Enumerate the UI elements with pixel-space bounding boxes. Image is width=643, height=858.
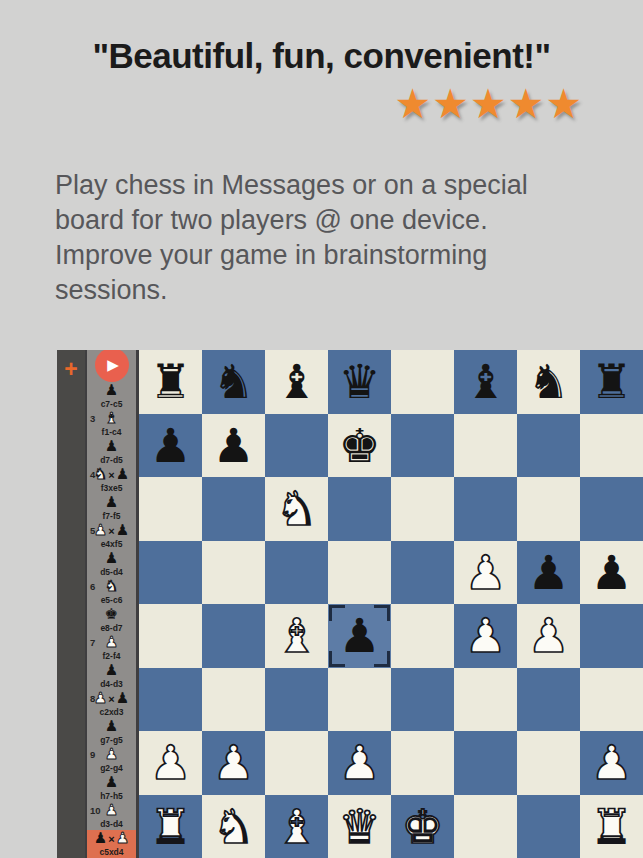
square-g6[interactable] [517,477,580,541]
move-piece-icons: ♟×♟ [94,830,129,847]
black-pawn-icon: ♟ [116,522,129,539]
square-d1[interactable]: ♛ [328,795,391,858]
black-pawn[interactable]: ♟ [149,414,191,477]
move-piece-icons: ♟ [105,550,118,567]
black-bishop[interactable]: ♝ [275,350,317,413]
square-a2[interactable]: ♟ [139,731,202,795]
move-piece-icons: ♟ [105,494,118,511]
move-piece-icons: ♟ [105,746,118,763]
square-a5[interactable] [139,541,202,605]
black-queen[interactable]: ♛ [338,350,380,413]
square-b3[interactable] [202,668,265,732]
move-piece-icons: ♟ [105,718,118,735]
description-text: Play chess in Messages or on a special b… [55,168,575,308]
move-label: e8-d7 [100,623,122,633]
black-rook[interactable]: ♜ [149,350,191,413]
move-number: 9 [90,749,95,760]
square-h7[interactable] [580,414,643,478]
white-knight[interactable]: ♞ [275,477,317,540]
move-piece-icons: ♟ [105,382,118,399]
move-piece-icons: ♞×♟ [94,466,129,483]
move-entry[interactable]: ♟×♟c5xd4 [87,830,136,858]
black-pawn[interactable]: ♟ [212,414,254,477]
square-h2[interactable]: ♟ [580,731,643,795]
white-bishop[interactable]: ♝ [275,604,317,667]
square-c2[interactable] [265,731,328,795]
headline: "Beautiful, fun, convenient!" [0,36,643,76]
square-e8[interactable] [391,350,454,414]
move-label: d7-d5 [100,455,123,465]
square-g7[interactable] [517,414,580,478]
move-piece-icons: ♟ [105,438,118,455]
square-f1[interactable] [454,795,517,858]
square-e3[interactable] [391,668,454,732]
white-bishop[interactable]: ♝ [275,795,317,858]
move-entry[interactable]: 9♟g2-g4 [87,746,136,774]
move-label: d5-d4 [100,567,123,577]
move-piece-icons: ♟ [105,802,118,819]
square-g2[interactable] [517,731,580,795]
white-pawn-icon: ♟ [105,802,118,819]
square-b5[interactable] [202,541,265,605]
white-pawn[interactable]: ♟ [464,541,506,604]
move-list[interactable]: ▶ ♟c7-c53♝f1-c4♟d7-d54♞×♟f3xe5♟f7-f55♟×♟… [85,350,139,858]
square-g4[interactable]: ♟ [517,604,580,668]
move-number: 4 [90,469,95,480]
square-b8[interactable]: ♞ [202,350,265,414]
move-entry[interactable]: ♟f7-f5 [87,494,136,522]
selection-corner [329,651,345,667]
move-entry[interactable]: ♟d7-d5 [87,438,136,466]
move-entry[interactable]: ♟g7-g5 [87,718,136,746]
square-d6[interactable] [328,477,391,541]
square-e2[interactable] [391,731,454,795]
white-pawn-icon: ♟ [105,634,118,651]
move-number: 10 [90,805,101,816]
black-king[interactable]: ♚ [338,414,380,477]
black-pawn-icon: ♟ [105,438,118,455]
square-d2[interactable]: ♟ [328,731,391,795]
white-queen[interactable]: ♛ [338,795,380,858]
square-c6[interactable]: ♞ [265,477,328,541]
square-h8[interactable]: ♜ [580,350,643,414]
move-label: d3-d4 [100,819,123,829]
square-h4[interactable] [580,604,643,668]
white-pawn[interactable]: ♟ [149,731,191,794]
black-pawn[interactable]: ♟ [590,541,632,604]
square-e5[interactable] [391,541,454,605]
square-h5[interactable]: ♟ [580,541,643,605]
square-f3[interactable] [454,668,517,732]
square-d4[interactable]: ♟ [328,604,391,668]
capture-icon: × [108,468,114,483]
move-piece-icons: ♟×♟ [94,522,129,539]
move-entry[interactable]: 4♞×♟f3xe5 [87,466,136,494]
move-label: g7-g5 [100,735,123,745]
square-h3[interactable] [580,668,643,732]
move-label: c2xd3 [99,707,123,717]
selection-corner [374,651,390,667]
capture-icon: × [108,832,114,847]
white-knight-icon: ♞ [105,578,118,595]
square-e4[interactable] [391,604,454,668]
move-number: 5 [90,525,95,536]
white-rook[interactable]: ♜ [149,795,191,858]
move-label: f7-f5 [103,511,121,521]
square-e7[interactable] [391,414,454,478]
move-label: c5xd4 [99,847,123,857]
square-g8[interactable]: ♞ [517,350,580,414]
white-pawn-icon: ♟ [116,830,129,847]
move-entry[interactable]: ♚e8-d7 [87,606,136,634]
black-pawn-icon: ♟ [105,774,118,791]
white-rook[interactable]: ♜ [590,795,632,858]
five-star-rating: ★★★★★ [394,84,583,125]
square-c1[interactable]: ♝ [265,795,328,858]
move-number: 8 [90,693,95,704]
black-pawn-icon: ♟ [105,718,118,735]
capture-icon: × [108,692,114,707]
square-g3[interactable] [517,668,580,732]
move-number: 3 [90,413,95,424]
square-d7[interactable]: ♚ [328,414,391,478]
move-piece-icons: ♟ [105,774,118,791]
white-pawn[interactable]: ♟ [464,604,506,667]
move-entry[interactable]: ♟h7-h5 [87,774,136,802]
square-d3[interactable] [328,668,391,732]
square-f2[interactable] [454,731,517,795]
square-a3[interactable] [139,668,202,732]
square-c8[interactable]: ♝ [265,350,328,414]
app-screenshot: "Beautiful, fun, convenient!" ★★★★★ Play… [0,0,643,858]
square-c3[interactable] [265,668,328,732]
square-h6[interactable] [580,477,643,541]
white-pawn[interactable]: ♟ [590,731,632,794]
black-knight[interactable]: ♞ [527,350,569,413]
move-entry[interactable]: 7♟f2-f4 [87,634,136,662]
black-king-icon: ♚ [105,606,118,623]
square-d8[interactable]: ♛ [328,350,391,414]
move-entry[interactable]: 5♟×♟e4xf5 [87,522,136,550]
move-piece-icons: ♞ [105,578,118,595]
white-pawn-icon: ♟ [94,522,107,539]
square-a7[interactable]: ♟ [139,414,202,478]
square-d5[interactable] [328,541,391,605]
white-pawn-icon: ♟ [105,746,118,763]
black-pawn-icon: ♟ [105,382,118,399]
move-label: e5-c6 [101,595,123,605]
left-margin [0,350,57,858]
move-entry[interactable]: 8♟×♟c2xd3 [87,690,136,718]
black-pawn-icon: ♟ [105,550,118,567]
square-a8[interactable]: ♜ [139,350,202,414]
white-bishop-icon: ♝ [105,410,118,427]
white-king[interactable]: ♚ [401,795,443,858]
move-piece-icons: ♚ [105,606,118,623]
white-knight[interactable]: ♞ [212,795,254,858]
square-f5[interactable]: ♟ [454,541,517,605]
white-pawn[interactable]: ♟ [212,731,254,794]
selection-corner [329,605,345,621]
square-c4[interactable]: ♝ [265,604,328,668]
move-entry[interactable]: 6♞e5-c6 [87,578,136,606]
promo-header: "Beautiful, fun, convenient!" ★★★★★ Play… [0,0,643,350]
square-a4[interactable] [139,604,202,668]
move-number: 6 [90,581,95,592]
square-b2[interactable]: ♟ [202,731,265,795]
capture-icon: × [108,524,114,539]
square-e1[interactable]: ♚ [391,795,454,858]
black-pawn-icon: ♟ [105,662,118,679]
move-entry[interactable]: 3♝f1-c4 [87,410,136,438]
square-f4[interactable]: ♟ [454,604,517,668]
move-label: c7-c5 [101,399,123,409]
black-pawn[interactable]: ♟ [527,541,569,604]
move-label: g2-g4 [100,763,123,773]
chess-app-ui: + ▶ ♟c7-c53♝f1-c4♟d7-d54♞×♟f3xe5♟f7-f55♟… [0,350,643,858]
square-a1[interactable]: ♜ [139,795,202,858]
add-game-icon[interactable]: + [64,358,77,858]
black-pawn-icon: ♟ [116,690,129,707]
square-g5[interactable]: ♟ [517,541,580,605]
square-b4[interactable] [202,604,265,668]
chess-board[interactable]: ♜♞♝♛♝♞♜♟♟♚♞♟♟♟♝♟♟♟♟♟♟♟♜♞♝♛♚♜ [139,350,643,858]
white-pawn[interactable]: ♟ [527,604,569,667]
move-label: f3xe5 [101,483,123,493]
square-e6[interactable] [391,477,454,541]
move-entries: ♟c7-c53♝f1-c4♟d7-d54♞×♟f3xe5♟f7-f55♟×♟e4… [87,382,136,858]
side-toolbar: + [57,350,85,858]
move-piece-icons: ♟×♟ [94,690,129,707]
move-label: f1-c4 [102,427,122,437]
square-b7[interactable]: ♟ [202,414,265,478]
square-c5[interactable] [265,541,328,605]
move-label: e4xf5 [101,539,123,549]
move-label: f2-f4 [103,651,121,661]
square-b1[interactable]: ♞ [202,795,265,858]
black-rook[interactable]: ♜ [590,350,632,413]
square-f7[interactable] [454,414,517,478]
move-piece-icons: ♟ [105,634,118,651]
square-c7[interactable] [265,414,328,478]
black-bishop[interactable]: ♝ [464,350,506,413]
square-f6[interactable] [454,477,517,541]
white-pawn[interactable]: ♟ [338,731,380,794]
square-b6[interactable] [202,477,265,541]
square-h1[interactable]: ♜ [580,795,643,858]
move-piece-icons: ♟ [105,662,118,679]
move-entry[interactable]: ♟d5-d4 [87,550,136,578]
move-label: h7-h5 [100,791,123,801]
white-pawn-icon: ♟ [94,690,107,707]
black-pawn-icon: ♟ [105,494,118,511]
move-piece-icons: ♝ [105,410,118,427]
move-number: 7 [90,637,95,648]
black-pawn-icon: ♟ [94,830,107,847]
move-entry[interactable]: 10♟d3-d4 [87,802,136,830]
square-f8[interactable]: ♝ [454,350,517,414]
move-entry[interactable]: ♟d4-d3 [87,662,136,690]
black-knight[interactable]: ♞ [212,350,254,413]
square-g1[interactable] [517,795,580,858]
play-icon: ▶ [107,358,119,373]
square-a6[interactable] [139,477,202,541]
selection-corner [374,605,390,621]
black-pawn-icon: ♟ [116,466,129,483]
move-label: d4-d3 [100,679,123,689]
play-button[interactable]: ▶ [95,350,129,382]
move-entry[interactable]: ♟c7-c5 [87,382,136,410]
white-knight-icon: ♞ [94,466,107,483]
